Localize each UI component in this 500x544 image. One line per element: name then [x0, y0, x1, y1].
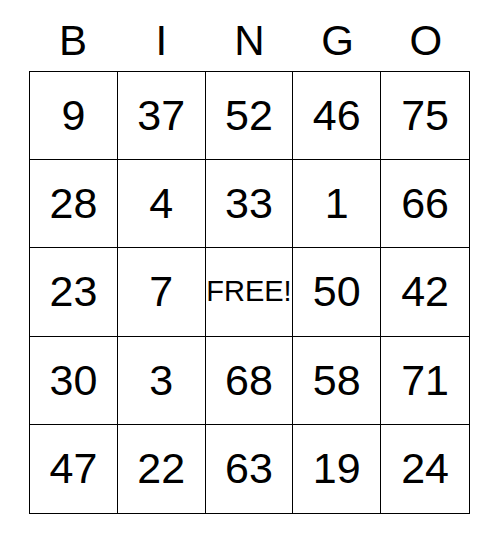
bingo-cell[interactable]: 71: [381, 337, 469, 425]
bingo-cell[interactable]: 24: [381, 425, 469, 513]
bingo-cell[interactable]: 66: [381, 160, 469, 248]
bingo-cell[interactable]: 47: [30, 425, 118, 513]
bingo-cell[interactable]: 68: [206, 337, 294, 425]
bingo-cell[interactable]: 63: [206, 425, 294, 513]
bingo-cell[interactable]: 1: [293, 160, 381, 248]
bingo-cell[interactable]: 33: [206, 160, 294, 248]
column-letter-n: N: [234, 20, 264, 62]
bingo-cell[interactable]: 7: [118, 248, 206, 336]
free-space-cell[interactable]: FREE!: [206, 248, 294, 336]
bingo-cell[interactable]: 28: [30, 160, 118, 248]
bingo-cell[interactable]: 75: [381, 72, 469, 160]
bingo-cell[interactable]: 30: [30, 337, 118, 425]
bingo-cell[interactable]: 46: [293, 72, 381, 160]
bingo-cell[interactable]: 52: [206, 72, 294, 160]
bingo-cell[interactable]: 19: [293, 425, 381, 513]
bingo-cell[interactable]: 9: [30, 72, 118, 160]
bingo-card: B I N G O 9 37 52 46 75 28 4 33 1 66 23 …: [29, 0, 470, 514]
column-letter-o: O: [410, 20, 443, 62]
bingo-cell[interactable]: 22: [118, 425, 206, 513]
bingo-cell[interactable]: 4: [118, 160, 206, 248]
bingo-cell[interactable]: 23: [30, 248, 118, 336]
column-letter-b: B: [59, 20, 87, 62]
bingo-cell[interactable]: 37: [118, 72, 206, 160]
bingo-cell[interactable]: 3: [118, 337, 206, 425]
bingo-board-grid: 9 37 52 46 75 28 4 33 1 66 23 7 FREE! 50…: [29, 71, 470, 514]
bingo-cell[interactable]: 58: [293, 337, 381, 425]
column-letter-i: I: [155, 20, 167, 62]
column-letter-g: G: [321, 20, 354, 62]
bingo-cell[interactable]: 50: [293, 248, 381, 336]
bingo-cell[interactable]: 42: [381, 248, 469, 336]
bingo-header-row: B I N G O: [29, 0, 470, 71]
